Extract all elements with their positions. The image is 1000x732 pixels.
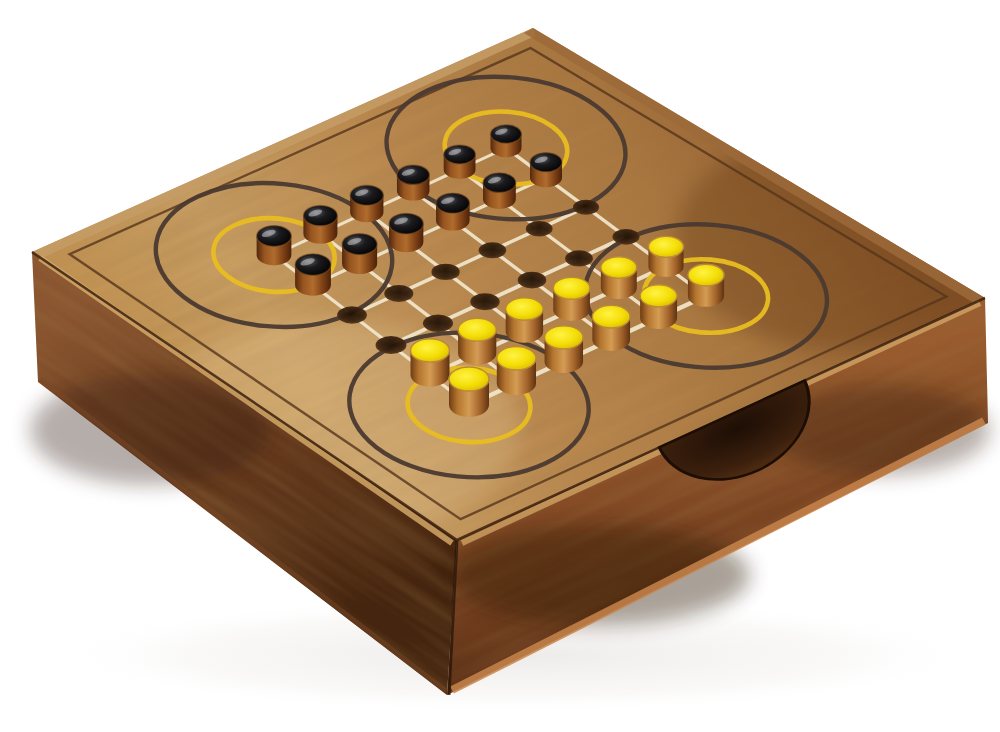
black-peg[interactable] bbox=[491, 125, 522, 158]
yellow-peg[interactable] bbox=[553, 277, 590, 321]
yellow-peg[interactable] bbox=[640, 285, 677, 329]
black-peg[interactable] bbox=[350, 185, 383, 222]
yellow-peg[interactable] bbox=[497, 346, 536, 395]
yellow-peg[interactable] bbox=[458, 318, 496, 364]
surakarta-box-photo bbox=[0, 0, 1000, 732]
board-hole-empty[interactable] bbox=[526, 221, 553, 237]
black-peg[interactable] bbox=[342, 234, 377, 274]
black-peg[interactable] bbox=[530, 153, 562, 188]
black-peg-top bbox=[397, 165, 429, 184]
board-hole-empty[interactable] bbox=[565, 250, 593, 266]
yellow-peg[interactable] bbox=[411, 339, 450, 387]
board-hole-empty[interactable] bbox=[470, 293, 499, 310]
black-peg-top bbox=[350, 185, 383, 205]
yellow-peg[interactable] bbox=[648, 236, 683, 277]
black-peg-top bbox=[389, 213, 423, 234]
board-hole-empty[interactable] bbox=[337, 306, 367, 323]
black-peg[interactable] bbox=[303, 205, 337, 243]
yellow-peg-top bbox=[553, 277, 590, 299]
yellow-peg-top bbox=[545, 326, 583, 349]
board-hole-empty[interactable] bbox=[423, 315, 453, 332]
board-hole-empty[interactable] bbox=[479, 242, 507, 258]
black-peg-top bbox=[530, 153, 562, 172]
board-hole-empty[interactable] bbox=[384, 285, 413, 302]
black-peg-top bbox=[342, 234, 377, 255]
yellow-peg-top bbox=[648, 236, 683, 257]
black-peg[interactable] bbox=[295, 254, 331, 296]
yellow-peg-top bbox=[640, 285, 677, 307]
yellow-peg-top bbox=[411, 339, 450, 362]
board-hole-empty[interactable] bbox=[573, 200, 599, 215]
board-hole-empty[interactable] bbox=[518, 272, 547, 289]
yellow-peg[interactable] bbox=[449, 367, 489, 417]
black-peg-top bbox=[257, 226, 292, 247]
black-peg-top bbox=[491, 125, 522, 144]
black-peg-top bbox=[483, 173, 516, 193]
black-peg[interactable] bbox=[257, 226, 292, 266]
yellow-peg[interactable] bbox=[601, 257, 637, 299]
board-hole-empty[interactable] bbox=[431, 264, 459, 280]
black-peg[interactable] bbox=[389, 213, 423, 252]
yellow-peg[interactable] bbox=[688, 264, 724, 307]
black-peg[interactable] bbox=[483, 173, 516, 209]
yellow-peg[interactable] bbox=[545, 326, 583, 373]
yellow-peg-top bbox=[497, 346, 536, 370]
board-hole-empty[interactable] bbox=[612, 229, 639, 245]
black-peg-top bbox=[295, 254, 331, 275]
black-peg[interactable] bbox=[444, 145, 476, 179]
yellow-peg-top bbox=[592, 305, 630, 328]
black-peg[interactable] bbox=[397, 165, 429, 200]
yellow-peg-top bbox=[601, 257, 637, 279]
yellow-peg-top bbox=[688, 264, 724, 286]
black-peg[interactable] bbox=[436, 193, 470, 231]
black-peg-top bbox=[303, 205, 337, 225]
yellow-peg-top bbox=[458, 318, 496, 341]
yellow-peg[interactable] bbox=[506, 298, 543, 343]
yellow-peg-top bbox=[506, 298, 543, 320]
scene-svg bbox=[0, 0, 1000, 732]
black-peg-top bbox=[444, 145, 476, 164]
yellow-peg-top bbox=[449, 367, 489, 391]
board-hole-empty[interactable] bbox=[376, 336, 407, 354]
yellow-peg[interactable] bbox=[592, 305, 630, 351]
black-peg-top bbox=[436, 193, 470, 213]
right-face-shade-1 bbox=[450, 525, 750, 625]
